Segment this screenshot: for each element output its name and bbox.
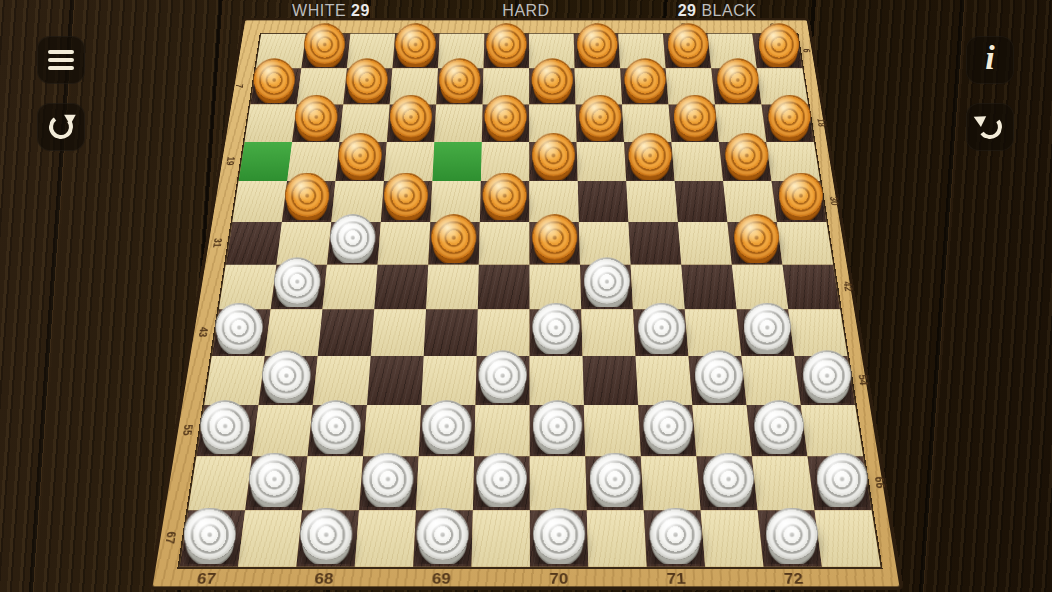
square-54[interactable] xyxy=(794,356,855,405)
square-27[interactable] xyxy=(480,181,530,222)
black-count: 29 xyxy=(678,2,697,19)
coord-label-30: 30 xyxy=(827,197,841,206)
white-checker[interactable] xyxy=(754,400,804,450)
light-square xyxy=(672,142,724,181)
square-8[interactable] xyxy=(343,68,392,104)
white-checker[interactable] xyxy=(590,453,641,504)
square-46[interactable] xyxy=(530,309,583,356)
square-40[interactable] xyxy=(580,265,633,310)
white-checker[interactable] xyxy=(533,508,585,560)
square-15[interactable] xyxy=(482,104,529,142)
square-35[interactable] xyxy=(628,222,681,265)
light-square xyxy=(426,265,479,310)
square-36[interactable] xyxy=(727,222,782,265)
white-checker[interactable] xyxy=(533,400,583,450)
coord-label-72: 72 xyxy=(783,570,804,588)
square-24[interactable] xyxy=(719,142,772,181)
black-checker[interactable] xyxy=(579,95,622,138)
coord-label-6: 6 xyxy=(801,49,813,53)
coord-label-43: 43 xyxy=(196,327,211,337)
square-23[interactable] xyxy=(624,142,675,181)
square-26[interactable] xyxy=(381,181,433,222)
square-2[interactable] xyxy=(392,34,439,69)
square-67[interactable] xyxy=(180,510,246,567)
coord-label-31: 31 xyxy=(210,238,224,247)
square-65[interactable] xyxy=(696,456,757,510)
light-square xyxy=(777,222,833,265)
light-square xyxy=(530,456,587,510)
black-checker[interactable] xyxy=(674,95,717,138)
black-checker[interactable] xyxy=(768,95,811,138)
black-checker[interactable] xyxy=(531,58,573,100)
square-68[interactable] xyxy=(296,510,359,567)
black-checker[interactable] xyxy=(346,58,388,100)
light-square xyxy=(378,222,431,265)
square-70[interactable] xyxy=(530,510,589,567)
square-29[interactable] xyxy=(675,181,728,222)
square-30[interactable] xyxy=(772,181,827,222)
square-5[interactable] xyxy=(663,34,711,69)
light-square xyxy=(752,456,815,510)
square-10[interactable] xyxy=(529,68,576,104)
square-4[interactable] xyxy=(574,34,620,69)
undo-button[interactable] xyxy=(966,103,1014,151)
coord-label-54: 54 xyxy=(855,374,870,385)
black-checker[interactable] xyxy=(624,58,666,100)
square-28[interactable] xyxy=(578,181,629,222)
white-checker[interactable] xyxy=(416,508,468,560)
light-square xyxy=(479,222,530,265)
square-61[interactable] xyxy=(245,456,307,510)
square-14[interactable] xyxy=(387,104,436,142)
light-square xyxy=(371,309,426,356)
square-47[interactable] xyxy=(633,309,688,356)
white-checker[interactable] xyxy=(200,400,250,450)
light-square xyxy=(238,510,302,567)
white-checker[interactable] xyxy=(744,303,791,350)
white-checker[interactable] xyxy=(649,508,701,560)
square-21[interactable] xyxy=(432,142,481,181)
square-34[interactable] xyxy=(529,222,580,265)
white-checker[interactable] xyxy=(638,303,685,350)
difficulty-label: HARD xyxy=(502,2,549,20)
square-60[interactable] xyxy=(747,405,808,456)
square-66[interactable] xyxy=(808,456,872,510)
black-checker[interactable] xyxy=(295,95,338,138)
light-square xyxy=(801,405,863,456)
black-checker[interactable] xyxy=(532,133,575,176)
square-59[interactable] xyxy=(638,405,696,456)
coord-label-70: 70 xyxy=(549,570,568,588)
light-square xyxy=(474,405,530,456)
white-checker[interactable] xyxy=(362,453,413,504)
light-square xyxy=(232,181,287,222)
coord-label-67: 67 xyxy=(196,570,217,588)
light-square xyxy=(530,356,584,405)
black-checker[interactable] xyxy=(482,173,526,217)
white-count: 29 xyxy=(351,2,370,19)
black-checker[interactable] xyxy=(725,133,768,176)
square-25[interactable] xyxy=(282,181,336,222)
light-square xyxy=(188,456,252,510)
square-71[interactable] xyxy=(644,510,705,567)
light-square xyxy=(355,510,416,567)
square-33[interactable] xyxy=(428,222,480,265)
light-square xyxy=(472,510,530,567)
info-button[interactable]: i xyxy=(966,36,1014,84)
white-checker[interactable] xyxy=(703,453,754,504)
white-checker[interactable] xyxy=(803,350,852,399)
light-square xyxy=(626,181,678,222)
square-22[interactable] xyxy=(529,142,578,181)
coord-label-71: 71 xyxy=(666,570,686,588)
light-square xyxy=(477,309,530,356)
white-checker[interactable] xyxy=(184,508,236,560)
white-checker[interactable] xyxy=(476,453,527,504)
square-13[interactable] xyxy=(292,104,343,142)
square-17[interactable] xyxy=(669,104,719,142)
light-square xyxy=(416,456,474,510)
square-52[interactable] xyxy=(583,356,639,405)
light-square xyxy=(788,309,847,356)
black-checker[interactable] xyxy=(577,23,618,64)
coord-label-69: 69 xyxy=(432,570,451,588)
light-square xyxy=(641,456,701,510)
board-grid xyxy=(180,34,881,567)
light-square xyxy=(302,456,363,510)
light-square xyxy=(732,265,788,310)
light-square xyxy=(252,405,313,456)
square-63[interactable] xyxy=(473,456,530,510)
square-38[interactable] xyxy=(374,265,428,310)
square-32[interactable] xyxy=(327,222,381,265)
square-56[interactable] xyxy=(308,405,367,456)
black-checker[interactable] xyxy=(431,214,476,259)
coord-label-42: 42 xyxy=(841,282,856,292)
square-50[interactable] xyxy=(367,356,424,405)
white-checker[interactable] xyxy=(300,508,352,560)
light-square xyxy=(219,265,276,310)
black-checker[interactable] xyxy=(532,214,577,259)
black-checker[interactable] xyxy=(390,95,433,138)
square-42[interactable] xyxy=(782,265,840,310)
square-58[interactable] xyxy=(530,405,586,456)
white-checker[interactable] xyxy=(584,257,630,303)
square-12[interactable] xyxy=(711,68,761,104)
black-label: BLACK xyxy=(701,2,756,19)
square-1[interactable] xyxy=(301,34,350,69)
square-45[interactable] xyxy=(424,309,478,356)
square-48[interactable] xyxy=(737,309,795,356)
coord-label-68: 68 xyxy=(314,570,334,588)
square-18[interactable] xyxy=(761,104,813,142)
white-label: WHITE xyxy=(292,2,346,19)
black-checker[interactable] xyxy=(285,173,329,217)
black-score: 29 BLACK xyxy=(678,2,757,20)
hamburger-icon xyxy=(48,50,74,70)
square-62[interactable] xyxy=(359,456,419,510)
black-checker[interactable] xyxy=(628,133,671,176)
coord-label-19: 19 xyxy=(224,157,238,166)
coord-label-67: 67 xyxy=(162,532,179,544)
light-square xyxy=(685,309,742,356)
square-64[interactable] xyxy=(585,456,643,510)
light-square xyxy=(692,405,752,456)
white-checker[interactable] xyxy=(262,350,311,399)
restart-icon xyxy=(47,113,74,140)
square-43[interactable] xyxy=(212,309,271,356)
board-frame: 1234566768697071727193143556761830425466 xyxy=(148,18,904,590)
coord-label-7: 7 xyxy=(233,84,245,88)
black-checker[interactable] xyxy=(779,173,823,217)
white-checker[interactable] xyxy=(532,303,579,350)
black-checker[interactable] xyxy=(395,23,436,64)
square-44[interactable] xyxy=(318,309,374,356)
light-square xyxy=(434,104,482,142)
light-square xyxy=(741,356,800,405)
restart-button[interactable] xyxy=(37,103,85,151)
light-square xyxy=(577,142,627,181)
white-checker[interactable] xyxy=(330,214,375,259)
light-square xyxy=(322,265,377,310)
square-69[interactable] xyxy=(413,510,473,567)
undo-icon xyxy=(977,114,1003,140)
square-9[interactable] xyxy=(436,68,483,104)
white-checker[interactable] xyxy=(817,453,868,504)
black-checker[interactable] xyxy=(668,23,709,64)
light-square xyxy=(587,510,647,567)
white-score: WHITE 29 xyxy=(292,2,370,20)
square-3[interactable] xyxy=(484,34,530,69)
black-checker[interactable] xyxy=(384,173,428,217)
black-checker[interactable] xyxy=(759,23,800,64)
white-checker[interactable] xyxy=(766,508,818,560)
white-checker[interactable] xyxy=(695,350,744,399)
black-checker[interactable] xyxy=(304,23,345,64)
light-square xyxy=(636,356,693,405)
square-7[interactable] xyxy=(250,68,301,104)
black-checker[interactable] xyxy=(338,133,381,176)
square-53[interactable] xyxy=(688,356,746,405)
coord-label-55: 55 xyxy=(180,424,196,435)
black-checker[interactable] xyxy=(486,23,527,64)
square-41[interactable] xyxy=(681,265,736,310)
white-checker[interactable] xyxy=(478,350,527,399)
black-checker[interactable] xyxy=(484,95,527,138)
white-checker[interactable] xyxy=(249,453,300,504)
square-39[interactable] xyxy=(478,265,530,310)
square-16[interactable] xyxy=(576,104,624,142)
square-51[interactable] xyxy=(475,356,529,405)
light-square xyxy=(421,356,476,405)
square-11[interactable] xyxy=(620,68,668,104)
white-checker[interactable] xyxy=(215,303,262,350)
light-square xyxy=(584,405,641,456)
square-20[interactable] xyxy=(335,142,386,181)
square-37[interactable] xyxy=(271,265,327,310)
square-31[interactable] xyxy=(226,222,282,265)
black-checker[interactable] xyxy=(734,214,779,259)
black-checker[interactable] xyxy=(717,58,759,100)
square-49[interactable] xyxy=(259,356,318,405)
info-icon: i xyxy=(985,41,994,75)
square-6[interactable] xyxy=(752,34,802,69)
black-checker[interactable] xyxy=(253,58,295,100)
square-55[interactable] xyxy=(196,405,258,456)
game-scene: WHITE 29 HARD 29 BLACK i 123456676869707… xyxy=(0,0,1052,592)
square-72[interactable] xyxy=(758,510,822,567)
light-square xyxy=(313,356,371,405)
menu-button[interactable] xyxy=(37,36,85,84)
white-checker[interactable] xyxy=(274,257,320,303)
light-square xyxy=(204,356,264,405)
coord-label-66: 66 xyxy=(872,477,888,489)
light-square xyxy=(815,510,881,567)
light-square xyxy=(701,510,764,567)
square-19[interactable] xyxy=(239,142,292,181)
coord-label-18: 18 xyxy=(815,119,828,127)
white-checker[interactable] xyxy=(422,400,472,450)
light-square xyxy=(581,309,635,356)
black-checker[interactable] xyxy=(439,58,481,100)
board-3d-wrapper: 1234566768697071727193143556761830425466 xyxy=(148,18,904,590)
light-square xyxy=(678,222,732,265)
light-square xyxy=(363,405,421,456)
white-checker[interactable] xyxy=(643,400,693,450)
white-checker[interactable] xyxy=(311,400,361,450)
light-square xyxy=(245,104,297,142)
square-57[interactable] xyxy=(419,405,476,456)
light-square xyxy=(265,309,323,356)
